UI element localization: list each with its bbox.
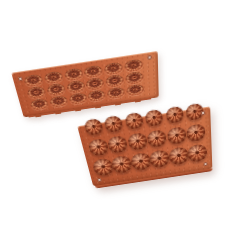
hang-hole (204, 162, 208, 166)
hang-hole (97, 178, 102, 182)
bundt-cavity (28, 97, 50, 111)
hang-hole (147, 55, 151, 60)
mold-cavity-side (11, 51, 158, 117)
bundt-cavity (125, 83, 145, 98)
mold-dome-side (77, 106, 212, 186)
bundt-cavity (67, 91, 88, 106)
bundt-cavity (106, 86, 126, 101)
product-photo (0, 0, 228, 228)
bundt-dome (149, 150, 170, 169)
bundt-cavity (48, 94, 70, 108)
bundt-dome (187, 145, 207, 164)
bundt-cavity (86, 89, 107, 104)
bundt-dome (130, 153, 152, 172)
dome-grid (83, 108, 208, 177)
bundt-dome (168, 147, 188, 166)
